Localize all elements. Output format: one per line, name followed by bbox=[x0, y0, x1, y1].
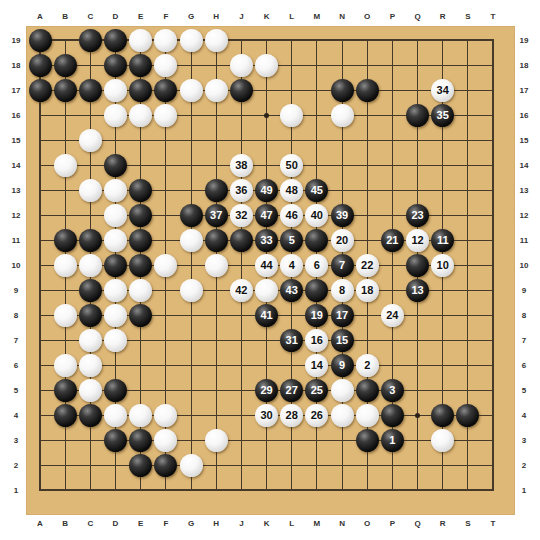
stone-white-L12-move-46[interactable]: 46 bbox=[280, 204, 303, 227]
move-number-label: 32 bbox=[235, 210, 247, 221]
stone-white-C5[interactable] bbox=[79, 379, 102, 402]
move-number-label: 24 bbox=[386, 310, 398, 321]
col-label-bottom-L: L bbox=[289, 519, 294, 528]
col-label-top-A: A bbox=[37, 12, 43, 21]
col-label-bottom-H: H bbox=[213, 519, 219, 528]
stone-white-G2[interactable] bbox=[180, 454, 203, 477]
col-label-bottom-Q: Q bbox=[414, 519, 420, 528]
row-label-left-4: 4 bbox=[14, 411, 18, 420]
stone-white-F18[interactable] bbox=[154, 54, 177, 77]
move-number-label: 40 bbox=[311, 210, 323, 221]
move-number-label: 12 bbox=[411, 235, 423, 246]
stone-black-O17[interactable] bbox=[356, 79, 379, 102]
stone-black-D3[interactable] bbox=[104, 429, 127, 452]
stone-black-Q16[interactable] bbox=[406, 104, 429, 127]
col-label-bottom-B: B bbox=[62, 519, 68, 528]
col-label-bottom-M: M bbox=[314, 519, 321, 528]
stone-white-D17[interactable] bbox=[104, 79, 127, 102]
stone-black-E8[interactable] bbox=[129, 304, 152, 327]
stone-black-E13[interactable] bbox=[129, 179, 152, 202]
row-label-right-4: 4 bbox=[522, 411, 526, 420]
stone-black-N12-move-39[interactable]: 39 bbox=[331, 204, 354, 227]
stone-black-J11[interactable] bbox=[230, 229, 253, 252]
stone-black-B4[interactable] bbox=[54, 404, 77, 427]
stone-white-E9[interactable] bbox=[129, 279, 152, 302]
stone-black-B5[interactable] bbox=[54, 379, 77, 402]
row-label-left-6: 6 bbox=[14, 361, 18, 370]
col-label-bottom-N: N bbox=[339, 519, 345, 528]
stone-black-H13[interactable] bbox=[205, 179, 228, 202]
move-number-label: 11 bbox=[437, 235, 449, 246]
row-label-right-14: 14 bbox=[520, 161, 529, 170]
stone-white-L16[interactable] bbox=[280, 104, 303, 127]
row-label-right-11: 11 bbox=[520, 236, 528, 245]
stone-black-K5-move-29[interactable]: 29 bbox=[255, 379, 278, 402]
stone-white-L4-move-28[interactable]: 28 bbox=[280, 404, 303, 427]
move-number-label: 49 bbox=[260, 185, 272, 196]
col-label-top-M: M bbox=[314, 12, 321, 21]
stone-white-D7[interactable] bbox=[104, 329, 127, 352]
stone-black-D19[interactable] bbox=[104, 29, 127, 52]
stone-black-D5[interactable] bbox=[104, 379, 127, 402]
move-number-label: 47 bbox=[260, 210, 272, 221]
move-number-label: 9 bbox=[339, 360, 345, 371]
stone-black-F17[interactable] bbox=[154, 79, 177, 102]
row-label-left-2: 2 bbox=[14, 461, 18, 470]
col-label-top-P: P bbox=[390, 12, 395, 21]
stone-white-F4[interactable] bbox=[154, 404, 177, 427]
row-label-left-17: 17 bbox=[12, 86, 21, 95]
stone-white-J13-move-36[interactable]: 36 bbox=[230, 179, 253, 202]
move-number-label: 20 bbox=[336, 235, 348, 246]
stone-white-F10[interactable] bbox=[154, 254, 177, 277]
move-number-label: 6 bbox=[314, 260, 320, 271]
stone-white-D13[interactable] bbox=[104, 179, 127, 202]
stone-white-M10-move-6[interactable]: 6 bbox=[305, 254, 328, 277]
col-label-top-F: F bbox=[163, 12, 168, 21]
stone-white-D8[interactable] bbox=[104, 304, 127, 327]
row-label-right-12: 12 bbox=[520, 211, 529, 220]
stone-white-M12-move-40[interactable]: 40 bbox=[305, 204, 328, 227]
col-label-bottom-C: C bbox=[87, 519, 93, 528]
stone-black-E3[interactable] bbox=[129, 429, 152, 452]
move-number-label: 27 bbox=[286, 385, 298, 396]
row-label-right-16: 16 bbox=[520, 111, 529, 120]
move-number-label: 33 bbox=[260, 235, 272, 246]
stone-black-H11[interactable] bbox=[205, 229, 228, 252]
stone-black-E2[interactable] bbox=[129, 454, 152, 477]
stone-black-E18[interactable] bbox=[129, 54, 152, 77]
stone-black-F2[interactable] bbox=[154, 454, 177, 477]
col-label-bottom-R: R bbox=[440, 519, 446, 528]
stone-black-P11-move-21[interactable]: 21 bbox=[381, 229, 404, 252]
move-number-label: 41 bbox=[260, 310, 272, 321]
stone-white-H17[interactable] bbox=[205, 79, 228, 102]
stone-black-C17[interactable] bbox=[79, 79, 102, 102]
stone-white-E16[interactable] bbox=[129, 104, 152, 127]
stone-white-G11[interactable] bbox=[180, 229, 203, 252]
move-number-label: 23 bbox=[411, 210, 423, 221]
row-label-right-5: 5 bbox=[522, 386, 526, 395]
stone-white-L14-move-50[interactable]: 50 bbox=[280, 154, 303, 177]
stone-white-C15[interactable] bbox=[79, 129, 102, 152]
stone-white-C6[interactable] bbox=[79, 354, 102, 377]
stone-black-L5-move-27[interactable]: 27 bbox=[280, 379, 303, 402]
stone-white-D11[interactable] bbox=[104, 229, 127, 252]
row-label-left-12: 12 bbox=[12, 211, 21, 220]
stone-white-K10-move-44[interactable]: 44 bbox=[255, 254, 278, 277]
stone-white-L10-move-4[interactable]: 4 bbox=[280, 254, 303, 277]
move-number-label: 4 bbox=[289, 260, 295, 271]
move-number-label: 5 bbox=[289, 235, 295, 246]
stone-black-K12-move-47[interactable]: 47 bbox=[255, 204, 278, 227]
stone-white-B10[interactable] bbox=[54, 254, 77, 277]
move-number-label: 46 bbox=[286, 210, 298, 221]
col-label-bottom-J: J bbox=[239, 519, 243, 528]
stone-black-B18[interactable] bbox=[54, 54, 77, 77]
row-label-right-6: 6 bbox=[522, 361, 526, 370]
grid-line-horizontal-2 bbox=[39, 465, 494, 466]
stone-white-D9[interactable] bbox=[104, 279, 127, 302]
col-label-top-J: J bbox=[239, 12, 243, 21]
move-number-label: 38 bbox=[235, 160, 247, 171]
col-label-top-D: D bbox=[113, 12, 119, 21]
stone-black-R11-move-11[interactable]: 11 bbox=[431, 229, 454, 252]
stone-black-N8-move-17[interactable]: 17 bbox=[331, 304, 354, 327]
stone-black-P4[interactable] bbox=[381, 404, 404, 427]
move-number-label: 14 bbox=[311, 360, 323, 371]
move-number-label: 29 bbox=[260, 385, 272, 396]
stone-white-N11-move-20[interactable]: 20 bbox=[331, 229, 354, 252]
stone-black-N6-move-9[interactable]: 9 bbox=[331, 354, 354, 377]
stone-white-O4[interactable] bbox=[356, 404, 379, 427]
move-number-label: 50 bbox=[286, 160, 298, 171]
stone-black-G12[interactable] bbox=[180, 204, 203, 227]
stone-white-R10-move-10[interactable]: 10 bbox=[431, 254, 454, 277]
stone-white-K4-move-30[interactable]: 30 bbox=[255, 404, 278, 427]
stone-white-C13[interactable] bbox=[79, 179, 102, 202]
stone-black-O5[interactable] bbox=[356, 379, 379, 402]
stone-black-P3-move-1[interactable]: 1 bbox=[381, 429, 404, 452]
move-number-label: 1 bbox=[389, 435, 395, 446]
row-label-right-8: 8 bbox=[522, 311, 526, 320]
stone-black-N10-move-7[interactable]: 7 bbox=[331, 254, 354, 277]
move-number-label: 37 bbox=[210, 210, 222, 221]
col-label-bottom-K: K bbox=[264, 519, 270, 528]
col-label-bottom-O: O bbox=[364, 519, 370, 528]
stone-black-Q10[interactable] bbox=[406, 254, 429, 277]
stone-white-C7[interactable] bbox=[79, 329, 102, 352]
stone-white-N9-move-8[interactable]: 8 bbox=[331, 279, 354, 302]
row-label-left-19: 19 bbox=[12, 36, 21, 45]
stone-black-N17[interactable] bbox=[331, 79, 354, 102]
move-number-label: 18 bbox=[361, 285, 373, 296]
stone-black-N7-move-15[interactable]: 15 bbox=[331, 329, 354, 352]
move-number-label: 31 bbox=[286, 335, 298, 346]
grid-line-horizontal-6 bbox=[39, 365, 494, 366]
row-label-right-1: 1 bbox=[522, 486, 526, 495]
row-label-left-9: 9 bbox=[14, 286, 18, 295]
stone-white-C10[interactable] bbox=[79, 254, 102, 277]
move-number-label: 25 bbox=[311, 385, 323, 396]
move-number-label: 21 bbox=[386, 235, 398, 246]
stone-black-C11[interactable] bbox=[79, 229, 102, 252]
stone-white-J18[interactable] bbox=[230, 54, 253, 77]
stone-black-E17[interactable] bbox=[129, 79, 152, 102]
col-label-top-Q: Q bbox=[414, 12, 420, 21]
stone-white-G19[interactable] bbox=[180, 29, 203, 52]
row-label-right-15: 15 bbox=[520, 136, 529, 145]
stone-black-K8-move-41[interactable]: 41 bbox=[255, 304, 278, 327]
star-point-Q4 bbox=[415, 413, 420, 418]
stone-white-H19[interactable] bbox=[205, 29, 228, 52]
col-label-bottom-S: S bbox=[465, 519, 470, 528]
move-number-label: 15 bbox=[336, 335, 348, 346]
stone-black-M11[interactable] bbox=[305, 229, 328, 252]
col-label-top-E: E bbox=[138, 12, 143, 21]
stone-black-B11[interactable] bbox=[54, 229, 77, 252]
row-label-left-3: 3 bbox=[14, 436, 18, 445]
stone-black-L9-move-43[interactable]: 43 bbox=[280, 279, 303, 302]
stone-black-A19[interactable] bbox=[29, 29, 52, 52]
row-label-right-18: 18 bbox=[520, 61, 529, 70]
stone-white-J14-move-38[interactable]: 38 bbox=[230, 154, 253, 177]
stone-white-F3[interactable] bbox=[154, 429, 177, 452]
stone-black-R16-move-35[interactable]: 35 bbox=[431, 104, 454, 127]
row-label-left-16: 16 bbox=[12, 111, 21, 120]
stone-white-K18[interactable] bbox=[255, 54, 278, 77]
move-number-label: 13 bbox=[411, 285, 423, 296]
move-number-label: 36 bbox=[235, 185, 247, 196]
move-number-label: 8 bbox=[339, 285, 345, 296]
stone-black-Q9-move-13[interactable]: 13 bbox=[406, 279, 429, 302]
stone-white-M4-move-26[interactable]: 26 bbox=[305, 404, 328, 427]
go-diagram-stage: AABBCCDDEEFFGGHHJJKKLLMMNNOOPPQQRRSSTT19… bbox=[0, 0, 540, 540]
col-label-top-S: S bbox=[465, 12, 470, 21]
stone-white-B8[interactable] bbox=[54, 304, 77, 327]
move-number-label: 39 bbox=[336, 210, 348, 221]
stone-black-A18[interactable] bbox=[29, 54, 52, 77]
move-number-label: 42 bbox=[235, 285, 247, 296]
move-number-label: 26 bbox=[311, 410, 323, 421]
stone-black-H12-move-37[interactable]: 37 bbox=[205, 204, 228, 227]
stone-black-L7-move-31[interactable]: 31 bbox=[280, 329, 303, 352]
col-label-bottom-T: T bbox=[491, 519, 496, 528]
move-number-label: 45 bbox=[311, 185, 323, 196]
row-label-left-13: 13 bbox=[12, 186, 21, 195]
stone-white-B14[interactable] bbox=[54, 154, 77, 177]
row-label-right-10: 10 bbox=[520, 261, 529, 270]
row-label-left-11: 11 bbox=[12, 236, 20, 245]
col-label-top-G: G bbox=[188, 12, 194, 21]
stone-black-E12[interactable] bbox=[129, 204, 152, 227]
stone-white-F19[interactable] bbox=[154, 29, 177, 52]
stone-white-R3[interactable] bbox=[431, 429, 454, 452]
stone-black-M13-move-45[interactable]: 45 bbox=[305, 179, 328, 202]
stone-white-M6-move-14[interactable]: 14 bbox=[305, 354, 328, 377]
stone-black-D18[interactable] bbox=[104, 54, 127, 77]
col-label-top-K: K bbox=[264, 12, 270, 21]
stone-white-G9[interactable] bbox=[180, 279, 203, 302]
col-label-bottom-A: A bbox=[37, 519, 43, 528]
stone-black-M5-move-25[interactable]: 25 bbox=[305, 379, 328, 402]
stone-black-J17[interactable] bbox=[230, 79, 253, 102]
stone-white-O10-move-22[interactable]: 22 bbox=[356, 254, 379, 277]
stone-black-C8[interactable] bbox=[79, 304, 102, 327]
row-label-right-13: 13 bbox=[520, 186, 529, 195]
grid-line-horizontal-1 bbox=[39, 489, 494, 491]
stone-black-M8-move-19[interactable]: 19 bbox=[305, 304, 328, 327]
stone-black-K13-move-49[interactable]: 49 bbox=[255, 179, 278, 202]
stone-white-J9-move-42[interactable]: 42 bbox=[230, 279, 253, 302]
stone-white-E19[interactable] bbox=[129, 29, 152, 52]
stone-black-C19[interactable] bbox=[79, 29, 102, 52]
col-label-top-H: H bbox=[213, 12, 219, 21]
stone-white-M7-move-16[interactable]: 16 bbox=[305, 329, 328, 352]
row-label-left-5: 5 bbox=[14, 386, 18, 395]
stone-black-S4[interactable] bbox=[456, 404, 479, 427]
stone-white-N4[interactable] bbox=[331, 404, 354, 427]
move-number-label: 7 bbox=[339, 260, 345, 271]
stone-black-D10[interactable] bbox=[104, 254, 127, 277]
col-label-top-L: L bbox=[289, 12, 294, 21]
col-label-top-O: O bbox=[364, 12, 370, 21]
stone-white-D16[interactable] bbox=[104, 104, 127, 127]
stone-white-L13-move-48[interactable]: 48 bbox=[280, 179, 303, 202]
move-number-label: 16 bbox=[311, 335, 323, 346]
star-point-K16 bbox=[264, 113, 269, 118]
stone-white-N5[interactable] bbox=[331, 379, 354, 402]
move-number-label: 48 bbox=[286, 185, 298, 196]
move-number-label: 30 bbox=[260, 410, 272, 421]
stone-white-R17-move-34[interactable]: 34 bbox=[431, 79, 454, 102]
stone-black-P5-move-3[interactable]: 3 bbox=[381, 379, 404, 402]
col-label-top-N: N bbox=[339, 12, 345, 21]
grid-line-vertical-T bbox=[492, 39, 494, 491]
stone-black-K11-move-33[interactable]: 33 bbox=[255, 229, 278, 252]
stone-black-A17[interactable] bbox=[29, 79, 52, 102]
stone-white-D4[interactable] bbox=[104, 404, 127, 427]
row-label-right-19: 19 bbox=[520, 36, 529, 45]
stone-black-L11-move-5[interactable]: 5 bbox=[280, 229, 303, 252]
move-number-label: 10 bbox=[437, 260, 449, 271]
row-label-right-17: 17 bbox=[520, 86, 529, 95]
stone-white-Q11-move-12[interactable]: 12 bbox=[406, 229, 429, 252]
stone-white-K9[interactable] bbox=[255, 279, 278, 302]
stone-white-N16[interactable] bbox=[331, 104, 354, 127]
move-number-label: 34 bbox=[437, 85, 449, 96]
stone-black-E11[interactable] bbox=[129, 229, 152, 252]
stone-black-C4[interactable] bbox=[79, 404, 102, 427]
stone-black-R4[interactable] bbox=[431, 404, 454, 427]
col-label-bottom-E: E bbox=[138, 519, 143, 528]
move-number-label: 28 bbox=[286, 410, 298, 421]
row-label-left-1: 1 bbox=[14, 486, 18, 495]
row-label-left-10: 10 bbox=[12, 261, 21, 270]
row-label-right-7: 7 bbox=[522, 336, 526, 345]
stone-white-H3[interactable] bbox=[205, 429, 228, 452]
stone-white-J12-move-32[interactable]: 32 bbox=[230, 204, 253, 227]
row-label-left-18: 18 bbox=[12, 61, 21, 70]
stone-white-O9-move-18[interactable]: 18 bbox=[356, 279, 379, 302]
stone-black-E10[interactable] bbox=[129, 254, 152, 277]
col-label-bottom-F: F bbox=[163, 519, 168, 528]
col-label-top-B: B bbox=[62, 12, 68, 21]
col-label-top-T: T bbox=[491, 12, 496, 21]
row-label-right-3: 3 bbox=[522, 436, 526, 445]
stone-white-F16[interactable] bbox=[154, 104, 177, 127]
stone-white-O6-move-2[interactable]: 2 bbox=[356, 354, 379, 377]
move-number-label: 44 bbox=[260, 260, 272, 271]
move-number-label: 35 bbox=[437, 110, 449, 121]
stone-white-E4[interactable] bbox=[129, 404, 152, 427]
stone-black-Q12-move-23[interactable]: 23 bbox=[406, 204, 429, 227]
stone-white-B6[interactable] bbox=[54, 354, 77, 377]
row-label-left-14: 14 bbox=[12, 161, 21, 170]
move-number-label: 19 bbox=[311, 310, 323, 321]
row-label-left-15: 15 bbox=[12, 136, 21, 145]
move-number-label: 22 bbox=[361, 260, 373, 271]
col-label-bottom-D: D bbox=[113, 519, 119, 528]
row-label-left-8: 8 bbox=[14, 311, 18, 320]
stone-black-B17[interactable] bbox=[54, 79, 77, 102]
col-label-bottom-P: P bbox=[390, 519, 395, 528]
move-number-label: 17 bbox=[336, 310, 348, 321]
move-number-label: 2 bbox=[364, 360, 370, 371]
row-label-right-9: 9 bbox=[522, 286, 526, 295]
stone-black-D14[interactable] bbox=[104, 154, 127, 177]
stone-black-C9[interactable] bbox=[79, 279, 102, 302]
stone-black-M9[interactable] bbox=[305, 279, 328, 302]
stone-white-H10[interactable] bbox=[205, 254, 228, 277]
col-label-top-C: C bbox=[87, 12, 93, 21]
move-number-label: 3 bbox=[389, 385, 395, 396]
move-number-label: 43 bbox=[286, 285, 298, 296]
row-label-right-2: 2 bbox=[522, 461, 526, 470]
stone-white-G17[interactable] bbox=[180, 79, 203, 102]
col-label-bottom-G: G bbox=[188, 519, 194, 528]
stone-black-O3[interactable] bbox=[356, 429, 379, 452]
stone-white-P8-move-24[interactable]: 24 bbox=[381, 304, 404, 327]
col-label-top-R: R bbox=[440, 12, 446, 21]
stone-white-D12[interactable] bbox=[104, 204, 127, 227]
row-label-left-7: 7 bbox=[14, 336, 18, 345]
